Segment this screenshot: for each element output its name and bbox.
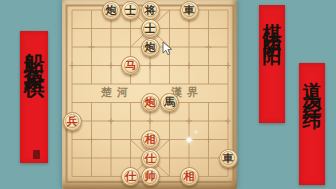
sparkle-small-effect: ✧: [192, 128, 200, 136]
piece-black-cannon[interactable]: 炮: [141, 38, 160, 57]
app-screen: 楚河 漢界 炮士将車士炮馬車马炮兵相仕仕帅相 ✦ ✧ 船长象棋 棋法阴阳 道为经…: [0, 0, 336, 189]
piece-red-soldier[interactable]: 兵: [63, 112, 82, 131]
piece-red-cannon[interactable]: 炮: [141, 93, 160, 112]
piece-black-advisor[interactable]: 士: [141, 19, 160, 38]
banner-right-bottom-text: 道为经纬: [299, 67, 325, 103]
calligraphy-seal: [33, 150, 40, 159]
piece-black-chariot[interactable]: 車: [219, 149, 238, 168]
banner-right-bottom-calligraphy: 道为经纬: [299, 63, 325, 185]
piece-black-chariot[interactable]: 車: [180, 1, 199, 20]
piece-red-horse[interactable]: 马: [121, 56, 140, 75]
piece-black-general[interactable]: 将: [141, 1, 160, 20]
piece-red-elephant[interactable]: 相: [180, 167, 199, 186]
piece-red-general[interactable]: 帅: [141, 167, 160, 186]
banner-right-top-calligraphy: 棋法阴阳: [259, 5, 285, 123]
piece-black-advisor[interactable]: 士: [121, 1, 140, 20]
banner-right-top-text: 棋法阴阳: [259, 8, 285, 40]
piece-black-cannon[interactable]: 炮: [102, 1, 121, 20]
banner-left-text: 船长象棋: [20, 36, 48, 68]
mouse-cursor-icon: [162, 41, 174, 57]
banner-left-calligraphy: 船长象棋: [20, 31, 48, 163]
piece-red-advisor[interactable]: 仕: [121, 167, 140, 186]
piece-red-elephant[interactable]: 相: [141, 130, 160, 149]
piece-black-horse[interactable]: 馬: [160, 93, 179, 112]
piece-red-advisor[interactable]: 仕: [141, 149, 160, 168]
river-label-chuhe: 楚河: [94, 84, 140, 101]
